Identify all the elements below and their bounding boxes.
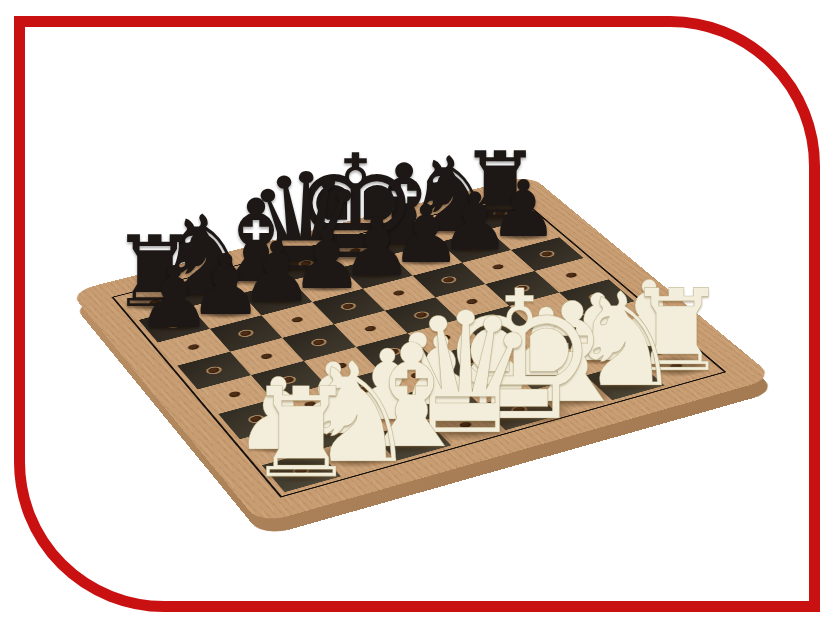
peg-hole: [513, 343, 528, 350]
peg-hole: [349, 451, 365, 459]
peg-hole: [207, 367, 222, 375]
peg-hole: [239, 330, 253, 337]
product-photo-scene: ♜♞♟♝♟♚♟♛♟♝♟♞♟♜♟♟♟♟♜♟♞♟♝♟♚♟♛♟♝♟♞♜: [0, 0, 840, 630]
peg-hole: [271, 440, 287, 448]
peg-hole: [493, 210, 507, 216]
peg-hole: [442, 276, 457, 283]
peg-hole: [419, 255, 433, 262]
peg-hole: [414, 311, 429, 318]
peg-hole: [669, 362, 685, 370]
peg-hole: [281, 376, 296, 384]
peg-hole: [589, 293, 604, 300]
peg-hole: [148, 299, 162, 306]
peg-hole: [386, 348, 401, 355]
peg-hole: [437, 334, 452, 341]
peg-hole: [187, 343, 201, 350]
peg-hole: [615, 316, 630, 323]
peg-hole: [465, 298, 480, 305]
peg-hole: [299, 260, 313, 267]
peg-hole: [564, 272, 579, 279]
peg-hole: [249, 415, 264, 423]
peg-hole: [489, 320, 504, 327]
peg-hole: [356, 386, 371, 394]
peg-hole: [538, 367, 554, 375]
peg-hole: [167, 321, 181, 328]
peg-hole: [325, 425, 341, 433]
peg-hole: [259, 353, 274, 360]
peg-hole: [516, 230, 530, 237]
peg-hole: [564, 329, 579, 336]
peg-hole: [540, 251, 555, 258]
peg-hole: [341, 303, 356, 310]
peg-hole: [511, 406, 527, 414]
peg-hole: [227, 390, 242, 398]
peg-hole: [617, 377, 633, 385]
peg-hole: [312, 339, 327, 346]
peg-hole: [363, 325, 378, 332]
peg-hole: [199, 286, 213, 293]
peg-hole: [468, 243, 482, 250]
peg-hole: [491, 263, 506, 270]
peg-hole: [303, 400, 318, 408]
peg-hole: [564, 391, 580, 399]
peg-hole: [409, 372, 424, 380]
peg-hole: [590, 353, 606, 361]
peg-hole: [320, 281, 334, 288]
peg-hole: [641, 339, 657, 346]
peg-hole: [293, 467, 309, 475]
peg-hole: [348, 247, 362, 254]
peg-hole: [370, 268, 384, 275]
peg-hole: [445, 222, 459, 228]
peg-hole: [486, 381, 502, 389]
peg-hole: [290, 316, 304, 323]
peg-hole: [249, 273, 263, 280]
peg-hole: [397, 235, 411, 242]
peg-hole: [515, 285, 530, 292]
peg-hole: [334, 362, 349, 370]
peg-hole: [458, 421, 474, 429]
peg-hole: [461, 357, 476, 365]
peg-hole: [392, 290, 407, 297]
peg-hole: [539, 307, 554, 314]
peg-hole: [380, 411, 396, 419]
peg-hole: [269, 294, 283, 301]
peg-hole: [404, 436, 420, 444]
peg-hole: [218, 307, 232, 314]
peg-hole: [433, 396, 449, 404]
